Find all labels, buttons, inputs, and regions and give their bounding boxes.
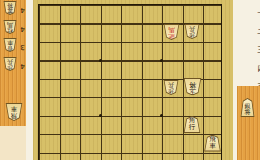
rook-piece-icon: 飛車 [204, 135, 222, 152]
gote-hand-piece-lance[interactable]: 香車 [3, 38, 17, 52]
gote-hand-piece-rook[interactable]: 飛車 [5, 103, 23, 121]
gote-hand-count-gold: 4 [18, 6, 27, 14]
lance-piece-icon: 香車 [3, 38, 17, 52]
knight-piece-icon: 桂馬 [3, 20, 17, 34]
board-piece-2五-king[interactable]: 玉将 [183, 78, 202, 96]
bishop-piece-icon: 角行 [183, 116, 201, 133]
board-piece-1八-rook[interactable]: 飛車 [204, 135, 222, 152]
rank-label-1: 一 [256, 8, 260, 17]
star-point [99, 114, 102, 117]
sente-hand-piece-silver[interactable]: 銀将 [240, 98, 255, 117]
board-piece-2二-pawn[interactable]: 歩兵 [184, 24, 200, 39]
gote-hand-count-knight: 4 [18, 25, 27, 33]
pawn-piece-icon: 歩兵 [163, 80, 179, 95]
gote-hand-piece-pawn[interactable]: 歩兵 [3, 57, 17, 71]
king-piece-icon: 玉将 [183, 78, 202, 96]
shogi-app-screen: 金将 4 桂馬 4 香車 3 歩兵 4 飛車 [0, 0, 260, 160]
pawn-piece-icon: 歩兵 [184, 24, 200, 39]
gote-hand-piece-gold[interactable]: 金将 [3, 1, 17, 15]
gold-piece-icon: 金将 [3, 1, 17, 15]
gote-hand-count-pawn: 4 [18, 62, 27, 70]
gote-hand-stand: 金将 4 桂馬 4 香車 3 歩兵 4 飛車 [0, 0, 26, 126]
rank-label-4: 四 [256, 64, 260, 73]
board-piece-3五-pawn[interactable]: 歩兵 [163, 80, 179, 95]
promoted-bishop-piece-icon: 龍馬 [163, 24, 180, 40]
pawn-piece-icon: 歩兵 [3, 57, 17, 71]
shogi-board: 龍馬 歩兵 歩兵 玉将 角行 [33, 0, 233, 160]
rook-piece-icon: 飛車 [5, 103, 23, 121]
board-piece-2七-bishop[interactable]: 角行 [183, 116, 201, 133]
gote-hand-piece-knight[interactable]: 桂馬 [3, 20, 17, 34]
star-point [160, 59, 163, 62]
rank-label-3: 三 [256, 45, 260, 54]
board-grid[interactable]: 龍馬 歩兵 歩兵 玉将 角行 [38, 4, 223, 161]
star-point [160, 114, 163, 117]
board-piece-3二-promoted-bishop[interactable]: 龍馬 [163, 24, 180, 40]
silver-piece-icon: 銀将 [240, 98, 255, 117]
star-point [99, 59, 102, 62]
rank-label-2: 二 [256, 27, 260, 36]
gote-hand-count-lance: 3 [18, 43, 27, 51]
sente-hand-stand: 銀将 [237, 86, 260, 160]
gote-player-badge [0, 126, 26, 160]
